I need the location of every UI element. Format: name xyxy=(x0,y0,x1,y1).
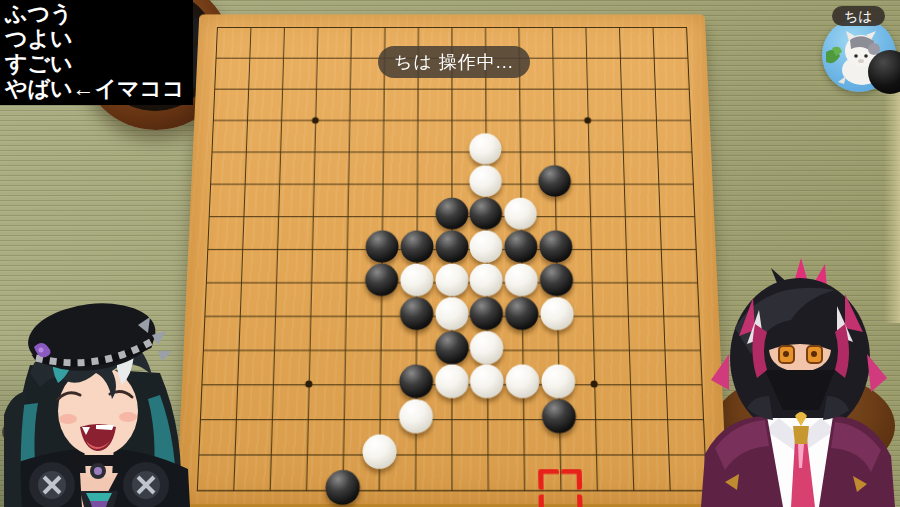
black-stone xyxy=(470,198,503,230)
black-stone xyxy=(435,331,469,364)
white-stone xyxy=(362,435,397,470)
white-stone xyxy=(400,264,433,297)
star-point xyxy=(584,117,591,124)
black-stone xyxy=(435,198,468,230)
tier-line: ふつう xyxy=(5,1,185,26)
black-stone xyxy=(540,264,574,297)
white-stone xyxy=(435,264,468,297)
black-stone xyxy=(505,231,538,263)
star-point xyxy=(312,117,319,124)
star-point xyxy=(305,381,312,388)
tier-line: やばい←イマココ xyxy=(5,76,185,101)
white-stone xyxy=(506,365,540,399)
cursor-corner-icon xyxy=(562,494,583,507)
cursor-corner-icon xyxy=(539,494,560,507)
white-stone xyxy=(505,264,539,297)
opponent-name-tag: ちは xyxy=(832,6,885,26)
streamer-character-right xyxy=(695,258,900,507)
black-stone xyxy=(539,231,573,263)
opponent-panel: ちは xyxy=(818,6,900,98)
streamer-character-left xyxy=(0,295,198,507)
black-stone xyxy=(505,297,539,330)
black-stone xyxy=(470,297,504,330)
star-point xyxy=(591,381,598,388)
white-stone xyxy=(435,365,469,399)
cursor-corner-icon xyxy=(538,469,559,490)
tier-list-overlay: ふつう つよい すごい やばい←イマココ xyxy=(0,0,193,105)
black-stone xyxy=(542,400,577,434)
white-stone xyxy=(470,264,503,297)
white-stone xyxy=(470,331,504,364)
black-stone xyxy=(365,231,398,263)
white-stone xyxy=(470,365,504,399)
black-stone xyxy=(399,297,433,330)
white-stone xyxy=(470,166,503,197)
black-stone xyxy=(435,231,468,263)
white-stone xyxy=(398,400,432,434)
white-stone xyxy=(541,365,575,399)
tier-line: つよい xyxy=(5,26,185,51)
black-stone xyxy=(538,166,571,197)
white-stone xyxy=(435,297,468,330)
goban-grid[interactable] xyxy=(197,27,707,491)
white-stone xyxy=(504,198,537,230)
white-stone xyxy=(540,297,574,330)
black-stone xyxy=(400,231,433,263)
black-stone xyxy=(325,470,360,505)
goban-board[interactable] xyxy=(176,14,729,507)
cursor[interactable] xyxy=(538,469,583,507)
tier-line: すごい xyxy=(5,51,185,76)
cursor-corner-icon xyxy=(561,469,582,490)
white-stone xyxy=(470,134,503,165)
black-stone xyxy=(365,264,399,297)
turn-banner: ちは 操作中... xyxy=(378,46,530,78)
white-stone xyxy=(470,231,503,263)
black-stone xyxy=(399,365,433,399)
screenshot-stage: ちは 操作中... ふつう つよい すごい やばい←イマココ ちは xyxy=(0,0,900,507)
